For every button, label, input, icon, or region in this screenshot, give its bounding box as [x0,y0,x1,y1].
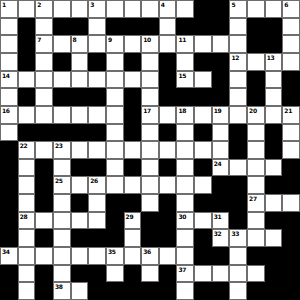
white-cell[interactable] [159,106,177,124]
clue-number: 28 [20,213,28,220]
white-cell[interactable] [194,71,212,89]
clue-number: 7 [37,36,41,43]
white-cell[interactable] [35,141,53,159]
black-cell [212,247,230,265]
white-cell[interactable] [71,106,89,124]
white-cell[interactable]: 25 [53,176,71,194]
black-cell [88,265,106,283]
white-cell[interactable]: 37 [176,265,194,283]
white-cell[interactable]: 27 [247,194,265,212]
white-cell[interactable] [141,124,159,142]
black-cell [265,265,283,283]
black-cell [124,53,142,71]
white-cell[interactable] [106,106,124,124]
black-cell [247,282,265,300]
white-cell[interactable] [194,141,212,159]
white-cell[interactable] [35,212,53,230]
white-cell[interactable] [194,176,212,194]
black-cell [106,18,124,36]
black-cell [194,0,212,18]
clue-number: 20 [249,107,257,114]
black-cell [282,159,300,177]
white-cell[interactable] [229,88,247,106]
white-cell[interactable] [176,0,194,18]
white-cell[interactable] [229,71,247,89]
black-cell [212,176,230,194]
white-cell[interactable] [18,159,36,177]
black-cell [106,229,124,247]
clue-number: 17 [143,107,151,114]
white-cell[interactable]: 22 [18,141,36,159]
clue-number: 35 [108,248,116,255]
white-cell[interactable]: 12 [229,53,247,71]
crossword-grid: 1234567891011121314151617181920212223242… [0,0,300,300]
clue-number: 4 [161,1,165,8]
white-cell[interactable] [212,141,230,159]
clue-number: 27 [249,195,257,202]
white-cell[interactable]: 2 [35,0,53,18]
white-cell[interactable] [265,194,283,212]
white-cell[interactable] [88,35,106,53]
black-cell [159,88,177,106]
white-cell[interactable] [88,71,106,89]
black-cell [229,212,247,230]
black-cell [18,53,36,71]
black-cell [212,71,230,89]
white-cell[interactable] [53,194,71,212]
black-cell [18,18,36,36]
white-cell[interactable] [124,35,142,53]
white-cell[interactable]: 38 [53,282,71,300]
white-cell[interactable] [18,71,36,89]
black-cell [88,88,106,106]
white-cell[interactable] [159,18,177,36]
white-cell[interactable]: 18 [176,106,194,124]
white-cell[interactable] [229,265,247,283]
black-cell [71,124,89,142]
clue-number: 18 [178,107,186,114]
white-cell[interactable]: 26 [88,176,106,194]
white-cell[interactable]: 36 [141,247,159,265]
white-cell[interactable] [265,159,283,177]
white-cell[interactable]: 15 [176,71,194,89]
white-cell[interactable] [53,159,71,177]
white-cell[interactable] [194,106,212,124]
white-cell[interactable] [18,229,36,247]
white-cell[interactable] [71,282,89,300]
white-cell[interactable] [247,53,265,71]
black-cell [35,194,53,212]
clue-number: 5 [231,1,235,8]
black-cell [176,88,194,106]
clue-number: 6 [284,1,288,8]
white-cell[interactable] [106,176,124,194]
white-cell[interactable] [247,124,265,142]
white-cell[interactable] [176,124,194,142]
white-cell[interactable] [106,141,124,159]
white-cell[interactable]: 14 [0,71,18,89]
white-cell[interactable] [282,141,300,159]
white-cell[interactable] [141,176,159,194]
white-cell[interactable] [176,141,194,159]
black-cell [282,229,300,247]
white-cell[interactable]: 19 [212,106,230,124]
black-cell [124,88,142,106]
white-cell[interactable] [35,247,53,265]
white-cell[interactable] [88,141,106,159]
white-cell[interactable] [176,176,194,194]
black-cell [159,194,177,212]
black-cell [282,247,300,265]
black-cell [35,265,53,283]
black-cell [247,71,265,89]
white-cell[interactable] [124,176,142,194]
black-cell [265,18,283,36]
white-cell[interactable] [0,35,18,53]
white-cell[interactable]: 5 [229,0,247,18]
white-cell[interactable] [141,194,159,212]
white-cell[interactable] [106,0,124,18]
white-cell[interactable] [282,53,300,71]
clue-number: 9 [108,36,112,43]
white-cell[interactable]: 33 [229,229,247,247]
white-cell[interactable] [53,247,71,265]
black-cell [159,71,177,89]
white-cell[interactable] [35,53,53,71]
black-cell [124,265,142,283]
black-cell [212,18,230,36]
white-cell[interactable] [71,141,89,159]
black-cell [194,124,212,142]
black-cell [159,265,177,283]
black-cell [282,176,300,194]
white-cell[interactable] [18,194,36,212]
white-cell[interactable] [124,141,142,159]
clue-number: 15 [178,72,186,79]
black-cell [229,194,247,212]
white-cell[interactable] [265,106,283,124]
clue-number: 3 [90,1,94,8]
white-cell[interactable] [212,265,230,283]
white-cell[interactable] [35,88,53,106]
black-cell [71,18,89,36]
white-cell[interactable] [176,53,194,71]
white-cell[interactable]: 23 [53,141,71,159]
white-cell[interactable] [229,282,247,300]
black-cell [159,53,177,71]
white-cell[interactable] [35,106,53,124]
black-cell [124,106,142,124]
clue-number: 24 [214,160,222,167]
white-cell[interactable] [71,212,89,230]
black-cell [159,159,177,177]
black-cell [35,124,53,142]
white-cell[interactable] [194,212,212,230]
white-cell[interactable]: 30 [176,212,194,230]
black-cell [71,88,89,106]
white-cell[interactable] [212,124,230,142]
clue-number: 36 [143,248,151,255]
black-cell [265,176,283,194]
white-cell[interactable] [229,35,247,53]
clue-number: 14 [2,72,10,79]
black-cell [212,0,230,18]
black-cell [0,212,18,230]
white-cell[interactable] [229,247,247,265]
white-cell[interactable]: 16 [0,106,18,124]
white-cell[interactable] [265,0,283,18]
black-cell [0,194,18,212]
white-cell[interactable] [176,194,194,212]
white-cell[interactable]: 9 [106,35,124,53]
black-cell [159,212,177,230]
black-cell [35,229,53,247]
white-cell[interactable] [141,141,159,159]
white-cell[interactable] [159,247,177,265]
white-cell[interactable] [247,141,265,159]
white-cell[interactable] [53,71,71,89]
black-cell [229,176,247,194]
white-cell[interactable]: 11 [176,35,194,53]
white-cell[interactable] [88,194,106,212]
clue-number: 8 [73,36,77,43]
black-cell [141,212,159,230]
white-cell[interactable] [282,194,300,212]
white-cell[interactable] [88,18,106,36]
white-cell[interactable] [159,141,177,159]
black-cell [159,124,177,142]
clue-number: 37 [178,266,186,273]
clue-number: 10 [143,36,151,43]
white-cell[interactable] [212,35,230,53]
black-cell [282,212,300,230]
white-cell[interactable]: 29 [124,212,142,230]
black-cell [194,53,212,71]
white-cell[interactable] [0,18,18,36]
white-cell[interactable] [71,247,89,265]
white-cell[interactable] [71,71,89,89]
black-cell [88,53,106,71]
black-cell [71,194,89,212]
black-cell [106,212,124,230]
white-cell[interactable] [18,265,36,283]
black-cell [229,141,247,159]
white-cell[interactable] [88,212,106,230]
black-cell [0,282,18,300]
black-cell [71,229,89,247]
white-cell[interactable] [265,88,283,106]
white-cell[interactable] [265,71,283,89]
white-cell[interactable] [18,106,36,124]
white-cell[interactable]: 3 [88,0,106,18]
white-cell[interactable] [53,229,71,247]
white-cell[interactable] [194,35,212,53]
white-cell[interactable] [35,71,53,89]
white-cell[interactable] [176,159,194,177]
black-cell [124,194,142,212]
white-cell[interactable] [18,0,36,18]
black-cell [176,18,194,36]
white-cell[interactable] [141,265,159,283]
white-cell[interactable]: 17 [141,106,159,124]
white-cell[interactable] [247,229,265,247]
white-cell[interactable] [71,53,89,71]
black-cell [212,282,230,300]
white-cell[interactable] [247,0,265,18]
white-cell[interactable] [176,247,194,265]
black-cell [265,247,283,265]
black-cell [0,229,18,247]
black-cell [18,88,36,106]
white-cell[interactable]: 35 [106,247,124,265]
white-cell[interactable] [88,106,106,124]
black-cell [106,282,124,300]
white-cell[interactable]: 31 [212,212,230,230]
black-cell [35,159,53,177]
white-cell[interactable]: 24 [212,159,230,177]
black-cell [18,124,36,142]
white-cell[interactable] [176,282,194,300]
white-cell[interactable] [159,176,177,194]
white-cell[interactable]: 6 [282,0,300,18]
white-cell[interactable] [247,176,265,194]
white-cell[interactable] [106,53,124,71]
black-cell [194,229,212,247]
white-cell[interactable]: 21 [282,106,300,124]
white-cell[interactable] [88,247,106,265]
white-cell[interactable] [35,18,53,36]
white-cell[interactable]: 1 [0,0,18,18]
white-cell[interactable] [141,0,159,18]
black-cell [282,282,300,300]
black-cell [194,247,212,265]
clue-number: 2 [37,1,41,8]
white-cell[interactable] [53,212,71,230]
black-cell [141,229,159,247]
black-cell [194,282,212,300]
white-cell[interactable]: 4 [159,0,177,18]
white-cell[interactable] [124,247,142,265]
white-cell[interactable] [247,212,265,230]
black-cell [35,176,53,194]
black-cell [265,124,283,142]
clue-number: 1 [2,1,6,8]
black-cell [159,229,177,247]
clue-number: 13 [267,54,275,61]
clue-number: 29 [126,213,134,220]
white-cell[interactable] [282,35,300,53]
white-cell[interactable] [18,176,36,194]
white-cell[interactable] [176,229,194,247]
black-cell [88,159,106,177]
white-cell[interactable] [124,71,142,89]
black-cell [88,124,106,142]
black-cell [53,53,71,71]
white-cell[interactable] [141,88,159,106]
white-cell[interactable] [282,124,300,142]
white-cell[interactable] [247,159,265,177]
white-cell[interactable] [53,106,71,124]
black-cell [265,212,283,230]
black-cell [88,229,106,247]
white-cell[interactable] [0,124,18,142]
black-cell [35,282,53,300]
white-cell[interactable] [106,71,124,89]
white-cell[interactable] [53,35,71,53]
white-cell[interactable]: 34 [0,247,18,265]
white-cell[interactable] [229,18,247,36]
white-cell[interactable] [53,0,71,18]
black-cell [247,18,265,36]
clue-number: 23 [55,142,63,149]
black-cell [0,265,18,283]
white-cell[interactable] [124,0,142,18]
white-cell[interactable] [124,229,142,247]
white-cell[interactable] [71,176,89,194]
white-cell[interactable]: 7 [35,35,53,53]
white-cell[interactable] [106,88,124,106]
black-cell [247,35,265,53]
black-cell [212,53,230,71]
white-cell[interactable] [18,247,36,265]
clue-number: 32 [214,230,222,237]
white-cell[interactable]: 32 [212,229,230,247]
white-cell[interactable]: 8 [71,35,89,53]
black-cell [124,18,142,36]
white-cell[interactable] [106,159,124,177]
black-cell [0,176,18,194]
white-cell[interactable]: 13 [265,53,283,71]
white-cell[interactable] [229,106,247,124]
black-cell [88,282,106,300]
black-cell [194,159,212,177]
clue-number: 33 [231,230,239,237]
clue-number: 31 [214,213,222,220]
clue-number: 19 [214,107,222,114]
white-cell[interactable] [53,265,71,283]
black-cell [282,71,300,89]
white-cell[interactable]: 28 [18,212,36,230]
clue-number: 16 [2,107,10,114]
black-cell [282,88,300,106]
white-cell[interactable] [141,159,159,177]
white-cell[interactable] [247,265,265,283]
white-cell[interactable] [106,124,124,142]
black-cell [53,124,71,142]
white-cell[interactable] [141,71,159,89]
black-cell [71,159,89,177]
black-cell [53,88,71,106]
black-cell [0,159,18,177]
white-cell[interactable] [265,229,283,247]
white-cell[interactable] [106,265,124,283]
white-cell[interactable]: 20 [247,106,265,124]
black-cell [194,194,212,212]
white-cell[interactable] [229,159,247,177]
black-cell [18,35,36,53]
white-cell[interactable] [0,53,18,71]
white-cell[interactable] [71,0,89,18]
white-cell[interactable] [18,282,36,300]
white-cell[interactable] [141,53,159,71]
white-cell[interactable] [159,35,177,53]
white-cell[interactable] [194,265,212,283]
black-cell [141,282,159,300]
clue-number: 21 [284,107,292,114]
white-cell[interactable] [282,18,300,36]
white-cell[interactable] [0,88,18,106]
white-cell[interactable]: 10 [141,35,159,53]
